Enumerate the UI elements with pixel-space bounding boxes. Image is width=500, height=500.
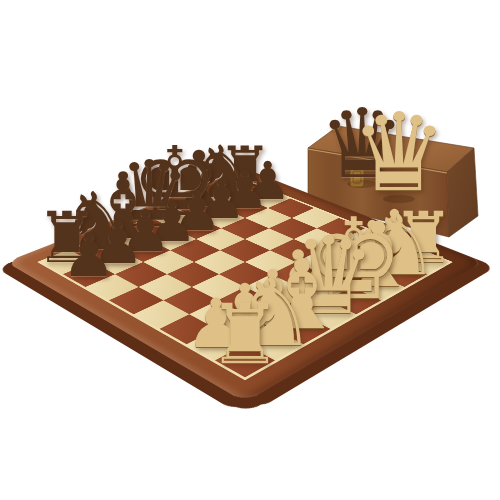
chess-piece-light-queen-spare: ♛: [351, 99, 448, 207]
chess-set-photo: ♛♛ ♜♞♝♛♚♝♞♜♟♟♟♟♟♟♟♟♟♟♟♟♟♟♟♟♜♞♝♛♚♝♞♜: [0, 0, 500, 500]
